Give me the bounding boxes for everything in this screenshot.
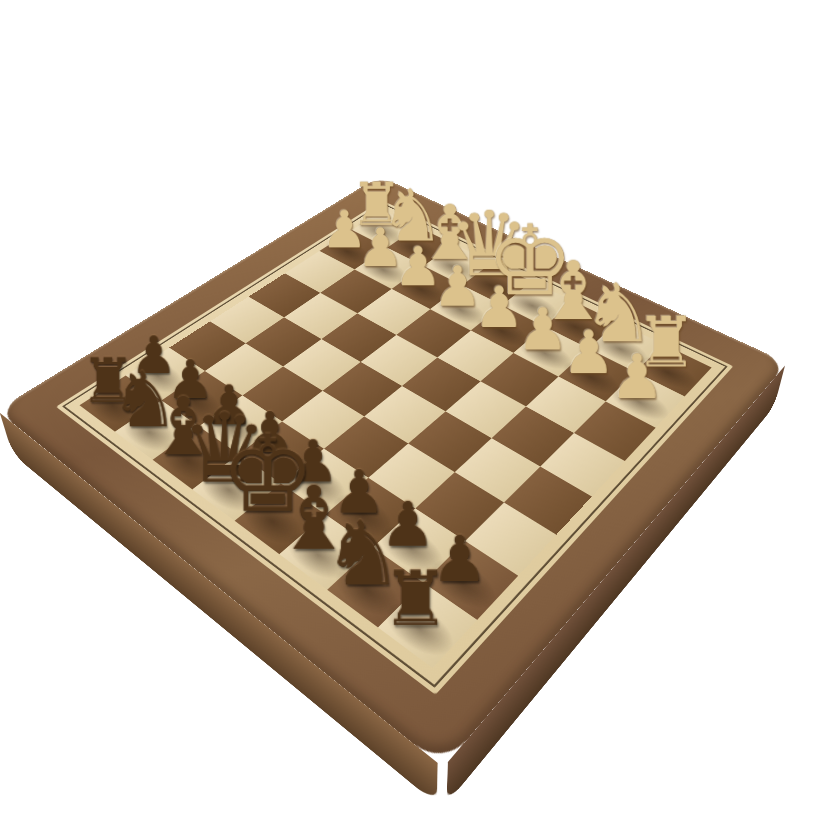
square-c4 [446,381,526,438]
product-photo: ♜♞♝♛♚♝♞♜♟♟♟♟♟♟♟♟♟♟♟♟♟♟♟♟♜♞♝♛♚♝♞♜ [0,0,840,840]
maple-border-inlay: ♜♞♝♛♚♝♞♜♟♟♟♟♟♟♟♟♟♟♟♟♟♟♟♟♜♞♝♛♚♝♞♜ [56,200,733,695]
board-grid: ♜♞♝♛♚♝♞♜♟♟♟♟♟♟♟♟♟♟♟♟♟♟♟♟♜♞♝♛♚♝♞♜ [80,210,712,668]
piece-shadow [79,382,148,430]
square-a2: ♟ [606,372,685,428]
piece-shadow [632,351,704,396]
board-top-frame: ♜♞♝♛♚♝♞♜♟♟♟♟♟♟♟♟♟♟♟♟♟♟♟♟♜♞♝♛♚♝♞♜ [0,176,787,767]
black-pawn-glyph: ♟ [130,329,176,381]
black-pawn: ♟ [109,262,199,381]
scene: ♜♞♝♛♚♝♞♜♟♟♟♟♟♟♟♟♟♟♟♟♟♟♟♟♜♞♝♛♚♝♞♜ [0,0,840,840]
white-rook-glyph: ♜ [635,308,697,377]
chess-board: ♜♞♝♛♚♝♞♜♟♟♟♟♟♟♟♟♟♟♟♟♟♟♟♟♜♞♝♛♚♝♞♜ [0,176,787,767]
